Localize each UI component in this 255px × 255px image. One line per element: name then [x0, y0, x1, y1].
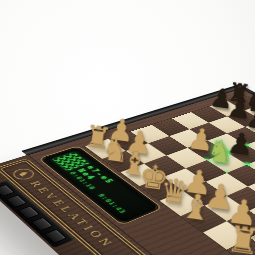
device-key-1[interactable]: [0, 184, 16, 196]
device-key-4[interactable]: [31, 217, 54, 231]
brand-name: REVELATION: [26, 179, 119, 250]
square-a1[interactable]: ♜: [227, 238, 255, 255]
chess-computer-body: ♜♞♝♚♛♝♞♜♟♟♟♟♟♟♟♟♟♞♟♟♟♟♟♟♜♞♝♚♛♝♜ e7-e5 Ne…: [0, 88, 255, 255]
photo-canvas: ♜♞♝♚♛♝♞♜♟♟♟♟♟♟♟♟♟♞♟♟♟♟♟♟♜♞♝♚♛♝♜ e7-e5 Ne…: [0, 0, 255, 255]
knight-logo-icon: ♞: [10, 167, 38, 182]
device-key-3[interactable]: [18, 206, 41, 219]
board-rotation-wrap: ♜♞♝♚♛♝♞♜♟♟♟♟♟♟♟♟♟♞♟♟♟♟♟♟♜♞♝♚♛♝♜ e7-e5 Ne…: [0, 0, 255, 255]
display-miniboard-graphic: [52, 152, 89, 171]
clock-left: 0:01:10: [68, 171, 97, 191]
led-indicator-e5-tl: [243, 143, 249, 146]
device-key-2[interactable]: [6, 195, 28, 208]
device-key-5[interactable]: [44, 229, 68, 244]
square-d2[interactable]: ♟: [183, 182, 226, 206]
key-panel: [0, 181, 75, 248]
